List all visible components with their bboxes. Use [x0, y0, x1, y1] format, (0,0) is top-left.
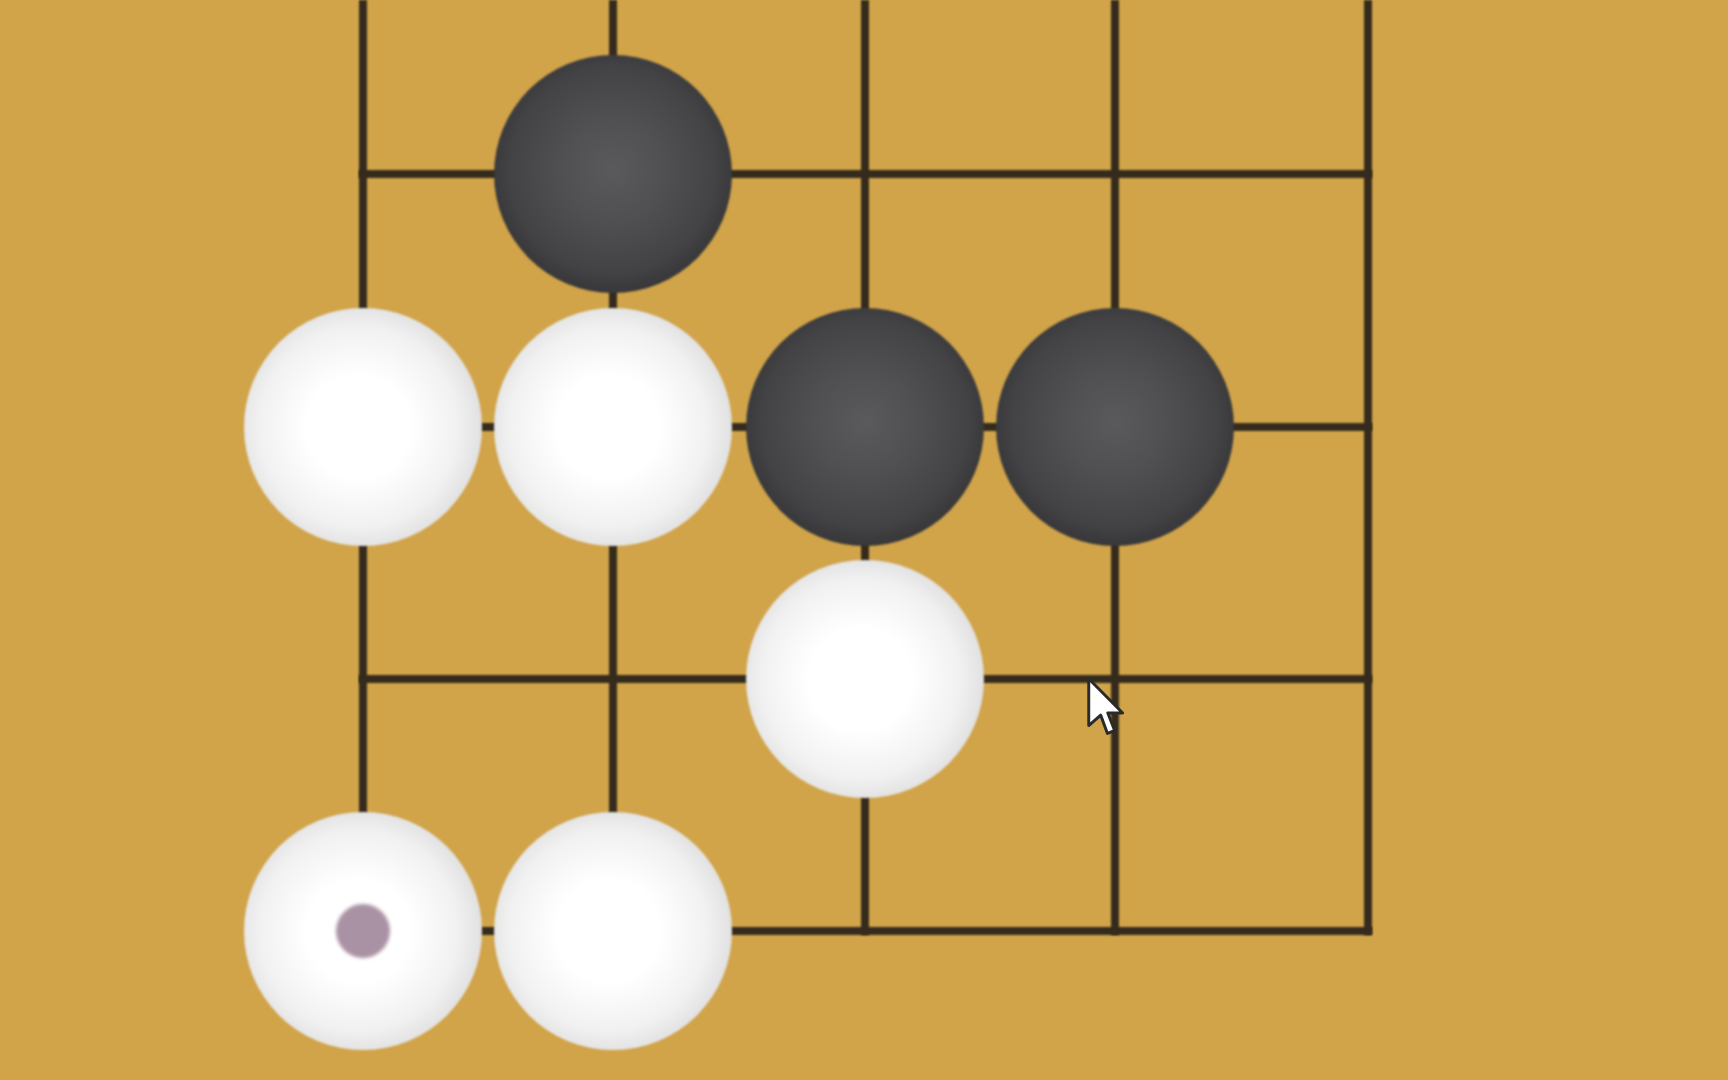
stone-white [494, 812, 732, 1050]
stone-black [996, 308, 1234, 546]
stone-white [244, 308, 482, 546]
stone-white [746, 560, 984, 798]
cursor-icon [1086, 677, 1130, 747]
stone-black [746, 308, 984, 546]
grid-line-vertical-4 [1364, 0, 1372, 935]
go-board[interactable] [0, 0, 1728, 1080]
stone-white [494, 308, 732, 546]
last-move-dot [336, 904, 390, 958]
stone-white [244, 812, 482, 1050]
stone-black [494, 55, 732, 293]
